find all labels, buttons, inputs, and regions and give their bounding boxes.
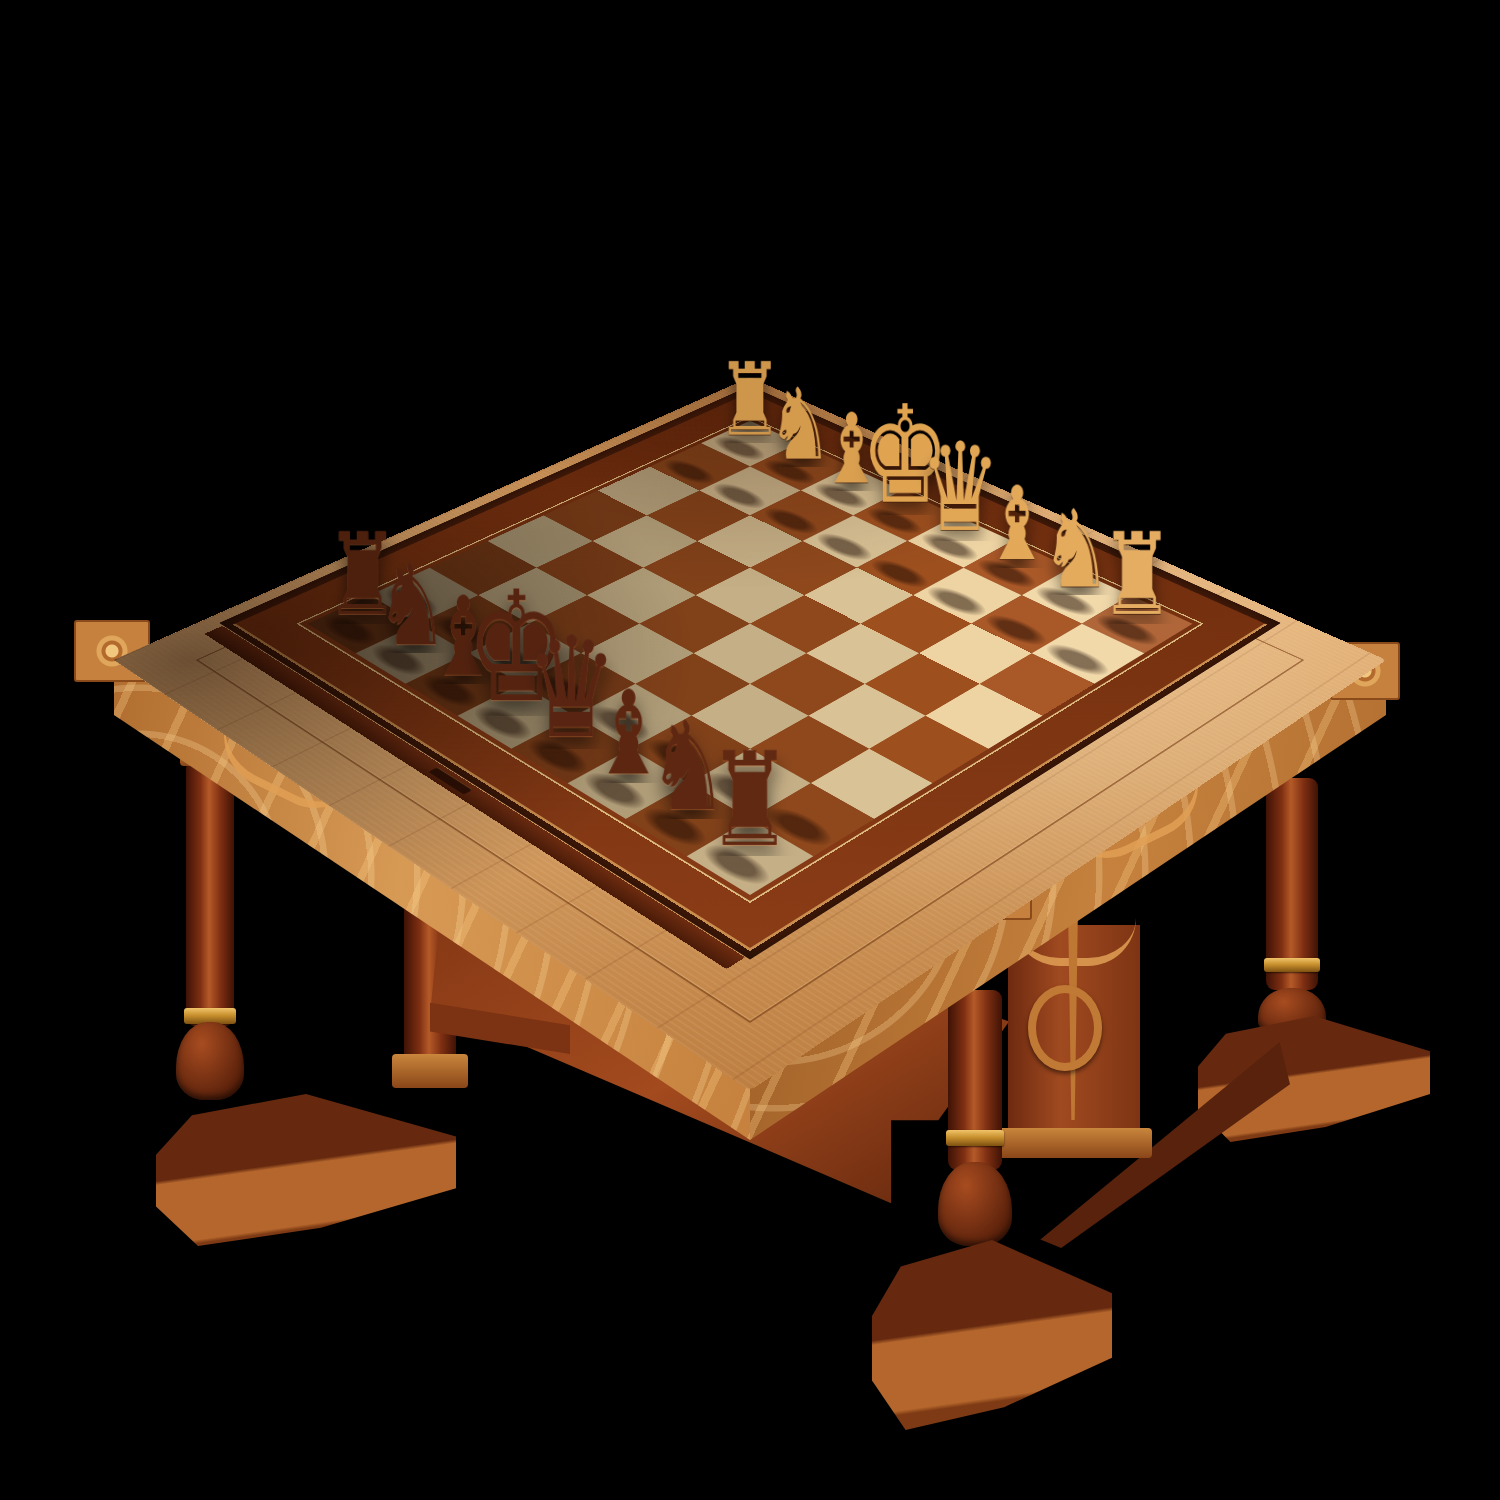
scene-3d: ♜♞♝♚♛♝♞♜♟♟♟♟♟♟♟♟♟♟♟♟♟♟♟♟♜♞♝♚♛♝♞♜ xyxy=(0,0,1500,1500)
pawn-glyph: ♟ xyxy=(1062,583,1114,661)
piece-white-pawn[interactable]: ♟ xyxy=(1013,434,1162,653)
rook-glyph: ♜ xyxy=(707,735,793,865)
piece-black-rook[interactable]: ♜ xyxy=(666,610,834,856)
tabletop: ♜♞♝♚♛♝♞♜♟♟♟♟♟♟♟♟♟♟♟♟♟♟♟♟♜♞♝♚♛♝♞♜ xyxy=(114,377,1387,1091)
square-a8[interactable]: ♜ xyxy=(687,819,814,895)
square-a2[interactable]: ♟ xyxy=(1032,624,1145,684)
chess-board: ♜♞♝♚♛♝♞♜♟♟♟♟♟♟♟♟♟♟♟♟♟♟♟♟♜♞♝♚♛♝♞♜ xyxy=(307,421,1192,895)
board-tray: ♜♞♝♚♛♝♞♜♟♟♟♟♟♟♟♟♟♟♟♟♟♟♟♟♜♞♝♚♛♝♞♜ xyxy=(233,392,1268,951)
chess-table-photo: ♜♞♝♚♛♝♞♜♟♟♟♟♟♟♟♟♟♟♟♟♟♟♟♟♜♞♝♚♛♝♞♜ xyxy=(0,0,1500,1500)
